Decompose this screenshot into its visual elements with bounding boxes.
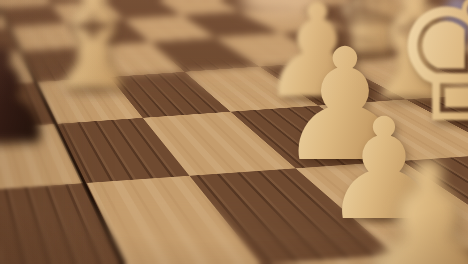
chessboard-photo: ♛♝♟♟♝♚♟♟♟	[0, 0, 468, 264]
black-pawn-left-edge[interactable]: ♟	[0, 31, 58, 161]
white-pawn-foreground[interactable]: ♟	[341, 136, 468, 264]
pieces-layer: ♛♝♟♟♝♚♟♟♟	[0, 0, 468, 264]
